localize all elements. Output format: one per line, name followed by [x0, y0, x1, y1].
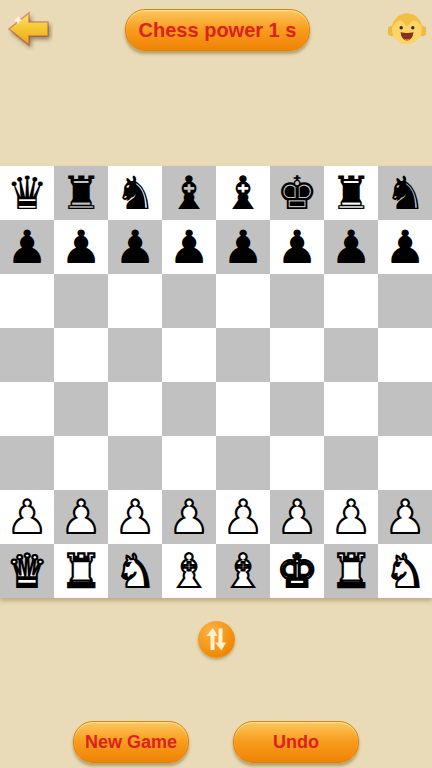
piece-black-pawn: ♟ — [114, 224, 155, 270]
square-f8[interactable]: ♚ — [270, 166, 324, 220]
square-e2[interactable]: ♟ — [216, 490, 270, 544]
chess-board: ♛♜♞♝♝♚♜♞♟♟♟♟♟♟♟♟♟♟♟♟♟♟♟♟♛♜♞♝♝♚♜♞ — [0, 166, 432, 598]
piece-white-knight: ♞ — [384, 548, 425, 594]
square-f6[interactable] — [270, 274, 324, 328]
square-g2[interactable]: ♟ — [324, 490, 378, 544]
square-h7[interactable]: ♟ — [378, 220, 432, 274]
square-c8[interactable]: ♞ — [108, 166, 162, 220]
square-e5[interactable] — [216, 328, 270, 382]
square-c1[interactable]: ♞ — [108, 544, 162, 598]
square-f3[interactable] — [270, 436, 324, 490]
piece-black-king: ♚ — [276, 170, 317, 216]
piece-black-pawn: ♟ — [168, 224, 209, 270]
square-g3[interactable] — [324, 436, 378, 490]
square-c5[interactable] — [108, 328, 162, 382]
piece-black-queen: ♛ — [6, 170, 47, 216]
piece-white-pawn: ♟ — [114, 494, 155, 540]
square-f2[interactable]: ♟ — [270, 490, 324, 544]
undo-button[interactable]: Undo — [233, 721, 359, 763]
square-a8[interactable]: ♛ — [0, 166, 54, 220]
square-f7[interactable]: ♟ — [270, 220, 324, 274]
square-g1[interactable]: ♜ — [324, 544, 378, 598]
square-e1[interactable]: ♝ — [216, 544, 270, 598]
piece-white-pawn: ♟ — [6, 494, 47, 540]
piece-white-pawn: ♟ — [330, 494, 371, 540]
square-h2[interactable]: ♟ — [378, 490, 432, 544]
square-b4[interactable] — [54, 382, 108, 436]
piece-black-bishop: ♝ — [222, 170, 263, 216]
square-h5[interactable] — [378, 328, 432, 382]
square-c7[interactable]: ♟ — [108, 220, 162, 274]
square-g5[interactable] — [324, 328, 378, 382]
square-a4[interactable] — [0, 382, 54, 436]
piece-white-knight: ♞ — [114, 548, 155, 594]
new-game-button[interactable]: New Game — [73, 721, 189, 763]
up-down-arrows-icon — [205, 627, 228, 652]
piece-white-pawn: ♟ — [384, 494, 425, 540]
square-g6[interactable] — [324, 274, 378, 328]
square-d3[interactable] — [162, 436, 216, 490]
title-button[interactable]: Chess power 1 s — [125, 9, 310, 51]
square-a1[interactable]: ♛ — [0, 544, 54, 598]
square-b6[interactable] — [54, 274, 108, 328]
square-g4[interactable] — [324, 382, 378, 436]
piece-black-knight: ♞ — [114, 170, 155, 216]
piece-black-pawn: ♟ — [60, 224, 101, 270]
undo-label: Undo — [273, 732, 319, 753]
piece-white-pawn: ♟ — [168, 494, 209, 540]
square-a3[interactable] — [0, 436, 54, 490]
square-c2[interactable]: ♟ — [108, 490, 162, 544]
square-d5[interactable] — [162, 328, 216, 382]
back-button[interactable] — [5, 7, 53, 51]
square-d4[interactable] — [162, 382, 216, 436]
square-e4[interactable] — [216, 382, 270, 436]
piece-white-bishop: ♝ — [222, 548, 263, 594]
square-a5[interactable] — [0, 328, 54, 382]
square-e6[interactable] — [216, 274, 270, 328]
square-e3[interactable] — [216, 436, 270, 490]
square-d2[interactable]: ♟ — [162, 490, 216, 544]
square-g7[interactable]: ♟ — [324, 220, 378, 274]
piece-black-knight: ♞ — [384, 170, 425, 216]
piece-black-pawn: ♟ — [6, 224, 47, 270]
square-h3[interactable] — [378, 436, 432, 490]
square-f5[interactable] — [270, 328, 324, 382]
square-c6[interactable] — [108, 274, 162, 328]
piece-white-pawn: ♟ — [60, 494, 101, 540]
piece-black-pawn: ♟ — [276, 224, 317, 270]
square-b5[interactable] — [54, 328, 108, 382]
square-f1[interactable]: ♚ — [270, 544, 324, 598]
flip-board-button[interactable] — [198, 621, 235, 658]
piece-black-pawn: ♟ — [330, 224, 371, 270]
piece-white-pawn: ♟ — [222, 494, 263, 540]
piece-black-rook: ♜ — [330, 170, 371, 216]
square-d7[interactable]: ♟ — [162, 220, 216, 274]
back-arrow-icon — [5, 7, 53, 51]
square-b3[interactable] — [54, 436, 108, 490]
app-screen: Chess power 1 s ♛♜♞♝♝♚♜♞♟♟♟♟♟♟♟♟♟♟♟♟♟♟♟♟… — [0, 0, 432, 768]
piece-black-pawn: ♟ — [384, 224, 425, 270]
square-h4[interactable] — [378, 382, 432, 436]
square-d8[interactable]: ♝ — [162, 166, 216, 220]
square-b7[interactable]: ♟ — [54, 220, 108, 274]
piece-black-rook: ♜ — [60, 170, 101, 216]
square-b2[interactable]: ♟ — [54, 490, 108, 544]
square-c3[interactable] — [108, 436, 162, 490]
square-h6[interactable] — [378, 274, 432, 328]
piece-black-pawn: ♟ — [222, 224, 263, 270]
square-b8[interactable]: ♜ — [54, 166, 108, 220]
square-g8[interactable]: ♜ — [324, 166, 378, 220]
square-f4[interactable] — [270, 382, 324, 436]
app-title: Chess power 1 s — [139, 19, 297, 42]
piece-black-bishop: ♝ — [168, 170, 209, 216]
square-a6[interactable] — [0, 274, 54, 328]
piece-white-pawn: ♟ — [276, 494, 317, 540]
square-a2[interactable]: ♟ — [0, 490, 54, 544]
square-b1[interactable]: ♜ — [54, 544, 108, 598]
square-h8[interactable]: ♞ — [378, 166, 432, 220]
piece-white-king: ♚ — [276, 548, 317, 594]
square-a7[interactable]: ♟ — [0, 220, 54, 274]
square-c4[interactable] — [108, 382, 162, 436]
square-h1[interactable]: ♞ — [378, 544, 432, 598]
square-e7[interactable]: ♟ — [216, 220, 270, 274]
piece-white-rook: ♜ — [330, 548, 371, 594]
girl-face-icon — [388, 10, 426, 48]
square-d6[interactable] — [162, 274, 216, 328]
piece-white-bishop: ♝ — [168, 548, 209, 594]
new-game-label: New Game — [85, 732, 177, 753]
piece-white-rook: ♜ — [60, 548, 101, 594]
square-d1[interactable]: ♝ — [162, 544, 216, 598]
piece-white-queen: ♛ — [6, 548, 47, 594]
square-e8[interactable]: ♝ — [216, 166, 270, 220]
avatar[interactable] — [388, 10, 426, 48]
